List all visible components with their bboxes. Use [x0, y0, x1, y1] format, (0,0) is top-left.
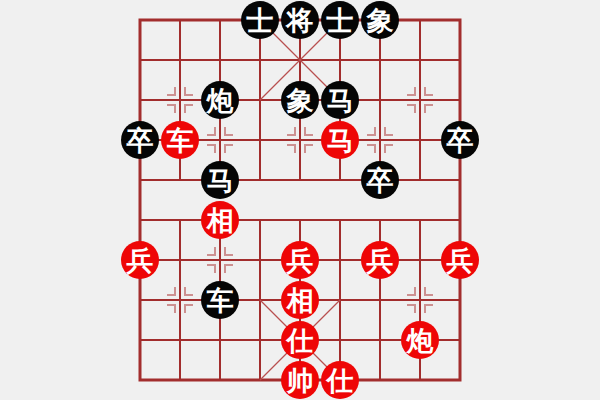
board-point[interactable]	[280, 120, 320, 160]
black-horse[interactable]: 马	[201, 161, 239, 199]
board-point[interactable]	[200, 360, 240, 400]
black-elephant[interactable]: 象	[281, 81, 319, 119]
board-point[interactable]	[200, 240, 240, 280]
board-point[interactable]	[400, 0, 440, 40]
board-point[interactable]	[120, 80, 160, 120]
board-point[interactable]	[400, 240, 440, 280]
black-pawn[interactable]: 卒	[361, 161, 399, 199]
board-point[interactable]	[120, 360, 160, 400]
red-pawn[interactable]: 兵	[441, 241, 479, 279]
board-point[interactable]: 仕	[280, 320, 320, 360]
board-point[interactable]	[400, 200, 440, 240]
board-point[interactable]	[200, 0, 240, 40]
board-point[interactable]	[360, 40, 400, 80]
board-point[interactable]	[280, 200, 320, 240]
board-point[interactable]	[400, 280, 440, 320]
board-point[interactable]: 马	[200, 160, 240, 200]
red-pawn[interactable]: 兵	[361, 241, 399, 279]
black-advisor[interactable]: 士	[321, 1, 359, 39]
board-point[interactable]	[120, 40, 160, 80]
board-point[interactable]: 卒	[440, 120, 480, 160]
red-elephant[interactable]: 相	[201, 201, 239, 239]
black-horse[interactable]: 马	[321, 81, 359, 119]
board-point[interactable]	[200, 40, 240, 80]
board-point[interactable]	[240, 40, 280, 80]
board-point[interactable]	[440, 280, 480, 320]
board-point[interactable]	[320, 320, 360, 360]
board-point[interactable]	[160, 200, 200, 240]
red-king[interactable]: 帅	[281, 361, 319, 399]
board-point[interactable]: 兵	[440, 240, 480, 280]
board-point[interactable]: 马	[320, 120, 360, 160]
red-advisor[interactable]: 仕	[281, 321, 319, 359]
board-point[interactable]	[320, 160, 360, 200]
board-point[interactable]	[160, 240, 200, 280]
board-point[interactable]	[120, 200, 160, 240]
board-point[interactable]	[160, 280, 200, 320]
board-point[interactable]	[360, 200, 400, 240]
board-point[interactable]	[240, 200, 280, 240]
board-point[interactable]	[400, 160, 440, 200]
board-point[interactable]	[440, 360, 480, 400]
red-elephant[interactable]: 相	[281, 281, 319, 319]
board-point[interactable]: 兵	[280, 240, 320, 280]
red-chariot[interactable]: 车	[161, 121, 199, 159]
black-elephant[interactable]: 象	[361, 1, 399, 39]
black-chariot[interactable]: 车	[201, 281, 239, 319]
board-point[interactable]	[240, 160, 280, 200]
black-king[interactable]: 将	[281, 1, 319, 39]
board-point[interactable]	[160, 0, 200, 40]
board-point[interactable]	[360, 320, 400, 360]
board-point[interactable]: 马	[320, 80, 360, 120]
board-point[interactable]: 炮	[200, 80, 240, 120]
board-point[interactable]	[440, 200, 480, 240]
board-point[interactable]	[160, 40, 200, 80]
board-point[interactable]: 相	[280, 280, 320, 320]
board-point[interactable]	[160, 320, 200, 360]
board-point[interactable]	[280, 160, 320, 200]
board-point[interactable]	[400, 40, 440, 80]
board-point[interactable]	[240, 320, 280, 360]
board-point[interactable]	[320, 280, 360, 320]
board-point[interactable]	[200, 320, 240, 360]
black-advisor[interactable]: 士	[241, 1, 279, 39]
board-point[interactable]	[120, 160, 160, 200]
black-pawn[interactable]: 卒	[121, 121, 159, 159]
black-pawn[interactable]: 卒	[441, 121, 479, 159]
black-cannon[interactable]: 炮	[201, 81, 239, 119]
xiangqi-board-screenshot: 士将士象炮象马卒车马卒马卒相兵兵兵兵车相仕炮帅仕	[0, 0, 600, 400]
board-point[interactable]: 车	[200, 280, 240, 320]
board-point[interactable]	[240, 80, 280, 120]
board-point[interactable]: 炮	[400, 320, 440, 360]
board-point[interactable]: 象	[360, 0, 400, 40]
red-cannon[interactable]: 炮	[401, 321, 439, 359]
board-point[interactable]	[120, 0, 160, 40]
board-point[interactable]	[240, 280, 280, 320]
board-point[interactable]: 将	[280, 0, 320, 40]
board-point[interactable]	[360, 80, 400, 120]
board-point[interactable]	[160, 160, 200, 200]
board-point[interactable]	[440, 80, 480, 120]
board-point[interactable]: 帅	[280, 360, 320, 400]
board-point[interactable]: 象	[280, 80, 320, 120]
red-horse[interactable]: 马	[321, 121, 359, 159]
board-point[interactable]: 仕	[320, 360, 360, 400]
board-point[interactable]: 卒	[120, 120, 160, 160]
board-point[interactable]: 兵	[360, 240, 400, 280]
board-point[interactable]: 相	[200, 200, 240, 240]
board-point[interactable]: 士	[240, 0, 280, 40]
board-point[interactable]	[320, 240, 360, 280]
board-point[interactable]	[200, 120, 240, 160]
board-point[interactable]: 士	[320, 0, 360, 40]
red-pawn[interactable]: 兵	[121, 241, 159, 279]
board-point[interactable]: 卒	[360, 160, 400, 200]
board-point[interactable]	[240, 240, 280, 280]
board-point[interactable]	[280, 40, 320, 80]
board-point[interactable]	[120, 320, 160, 360]
red-advisor[interactable]: 仕	[321, 361, 359, 399]
board-point[interactable]	[320, 200, 360, 240]
board-point[interactable]	[360, 360, 400, 400]
board-point[interactable]: 兵	[120, 240, 160, 280]
board-point[interactable]	[440, 160, 480, 200]
board-point[interactable]	[240, 120, 280, 160]
xiangqi-board: 士将士象炮象马卒车马卒马卒相兵兵兵兵车相仕炮帅仕	[120, 0, 480, 400]
board-point[interactable]	[360, 120, 400, 160]
board-point[interactable]	[440, 0, 480, 40]
board-point[interactable]	[360, 280, 400, 320]
board-point[interactable]	[400, 80, 440, 120]
board-point[interactable]	[400, 360, 440, 400]
red-pawn[interactable]: 兵	[281, 241, 319, 279]
board-point[interactable]	[120, 280, 160, 320]
board-point[interactable]: 车	[160, 120, 200, 160]
board-point[interactable]	[400, 120, 440, 160]
board-point[interactable]	[440, 40, 480, 80]
board-point[interactable]	[320, 40, 360, 80]
board-point[interactable]	[160, 360, 200, 400]
board-point[interactable]	[240, 360, 280, 400]
board-point[interactable]	[440, 320, 480, 360]
board-point[interactable]	[160, 80, 200, 120]
